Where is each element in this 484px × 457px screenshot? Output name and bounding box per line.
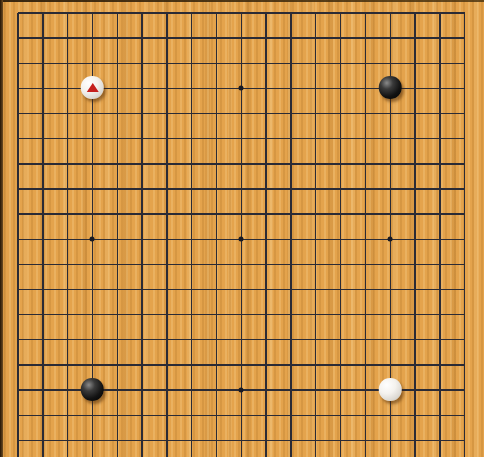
intersection-g4[interactable] xyxy=(154,378,179,403)
intersection-m5[interactable] xyxy=(279,352,304,377)
intersection-s2[interactable] xyxy=(427,428,452,453)
intersection-t16[interactable] xyxy=(452,76,477,101)
intersection-j3[interactable] xyxy=(204,403,229,428)
intersection-r12[interactable] xyxy=(403,176,428,201)
intersection-a2[interactable] xyxy=(6,428,31,453)
intersection-l18[interactable] xyxy=(254,26,279,51)
intersection-k7[interactable] xyxy=(229,302,254,327)
intersection-d11[interactable] xyxy=(80,202,105,227)
intersection-r17[interactable] xyxy=(403,51,428,76)
intersection-b3[interactable] xyxy=(30,403,55,428)
intersection-o5[interactable] xyxy=(328,352,353,377)
intersection-c13[interactable] xyxy=(55,151,80,176)
intersection-b7[interactable] xyxy=(30,302,55,327)
intersection-d12[interactable] xyxy=(80,176,105,201)
intersection-t10[interactable] xyxy=(452,227,477,252)
intersection-o11[interactable] xyxy=(328,202,353,227)
intersection-d1[interactable] xyxy=(80,453,105,457)
intersection-g7[interactable] xyxy=(154,302,179,327)
intersection-p8[interactable] xyxy=(353,277,378,302)
intersection-g5[interactable] xyxy=(154,352,179,377)
intersection-j6[interactable] xyxy=(204,327,229,352)
intersection-r2[interactable] xyxy=(403,428,428,453)
intersection-l3[interactable] xyxy=(254,403,279,428)
intersection-a19[interactable] xyxy=(6,0,31,25)
intersection-o6[interactable] xyxy=(328,327,353,352)
intersection-c16[interactable] xyxy=(55,76,80,101)
intersection-h13[interactable] xyxy=(179,151,204,176)
intersection-p16[interactable] xyxy=(353,76,378,101)
intersection-f7[interactable] xyxy=(130,302,155,327)
intersection-p2[interactable] xyxy=(353,428,378,453)
intersection-m7[interactable] xyxy=(279,302,304,327)
intersection-f19[interactable] xyxy=(130,0,155,25)
intersection-o1[interactable] xyxy=(328,453,353,457)
intersection-b1[interactable] xyxy=(30,453,55,457)
intersection-h16[interactable] xyxy=(179,76,204,101)
intersection-a10[interactable] xyxy=(6,227,31,252)
intersection-n7[interactable] xyxy=(303,302,328,327)
white-stone[interactable] xyxy=(81,76,104,99)
intersection-d2[interactable] xyxy=(80,428,105,453)
intersection-e1[interactable] xyxy=(105,453,130,457)
intersection-d14[interactable] xyxy=(80,126,105,151)
intersection-j10[interactable] xyxy=(204,227,229,252)
intersection-r6[interactable] xyxy=(403,327,428,352)
intersection-h17[interactable] xyxy=(179,51,204,76)
intersection-t1[interactable] xyxy=(452,453,477,457)
intersection-p5[interactable] xyxy=(353,352,378,377)
intersection-d17[interactable] xyxy=(80,51,105,76)
intersection-c9[interactable] xyxy=(55,252,80,277)
intersection-g9[interactable] xyxy=(154,252,179,277)
intersection-e18[interactable] xyxy=(105,26,130,51)
intersection-a14[interactable] xyxy=(6,126,31,151)
intersection-d4[interactable] xyxy=(80,378,105,403)
intersection-k12[interactable] xyxy=(229,176,254,201)
intersection-s4[interactable] xyxy=(427,378,452,403)
intersection-t12[interactable] xyxy=(452,176,477,201)
intersection-f12[interactable] xyxy=(130,176,155,201)
intersection-j18[interactable] xyxy=(204,26,229,51)
intersection-q16[interactable] xyxy=(378,76,403,101)
intersection-g18[interactable] xyxy=(154,26,179,51)
intersection-p9[interactable] xyxy=(353,252,378,277)
intersection-m4[interactable] xyxy=(279,378,304,403)
intersection-f9[interactable] xyxy=(130,252,155,277)
intersection-c4[interactable] xyxy=(55,378,80,403)
intersection-h4[interactable] xyxy=(179,378,204,403)
intersection-c1[interactable] xyxy=(55,453,80,457)
intersection-o16[interactable] xyxy=(328,76,353,101)
intersection-c14[interactable] xyxy=(55,126,80,151)
intersection-t13[interactable] xyxy=(452,151,477,176)
intersection-o13[interactable] xyxy=(328,151,353,176)
intersection-q9[interactable] xyxy=(378,252,403,277)
intersection-k9[interactable] xyxy=(229,252,254,277)
intersection-b18[interactable] xyxy=(30,26,55,51)
intersection-c19[interactable] xyxy=(55,0,80,25)
intersection-e16[interactable] xyxy=(105,76,130,101)
intersection-r11[interactable] xyxy=(403,202,428,227)
intersection-d7[interactable] xyxy=(80,302,105,327)
intersection-l7[interactable] xyxy=(254,302,279,327)
intersection-p10[interactable] xyxy=(353,227,378,252)
intersection-n1[interactable] xyxy=(303,453,328,457)
intersection-p19[interactable] xyxy=(353,0,378,25)
intersection-e9[interactable] xyxy=(105,252,130,277)
intersection-q3[interactable] xyxy=(378,403,403,428)
intersection-l2[interactable] xyxy=(254,428,279,453)
intersection-j12[interactable] xyxy=(204,176,229,201)
intersection-q7[interactable] xyxy=(378,302,403,327)
intersection-g16[interactable] xyxy=(154,76,179,101)
intersection-d15[interactable] xyxy=(80,101,105,126)
intersection-g19[interactable] xyxy=(154,0,179,25)
intersection-f16[interactable] xyxy=(130,76,155,101)
intersection-c6[interactable] xyxy=(55,327,80,352)
intersection-c7[interactable] xyxy=(55,302,80,327)
intersection-j9[interactable] xyxy=(204,252,229,277)
intersection-q6[interactable] xyxy=(378,327,403,352)
intersection-q4[interactable] xyxy=(378,378,403,403)
intersection-n14[interactable] xyxy=(303,126,328,151)
intersection-l6[interactable] xyxy=(254,327,279,352)
intersection-l15[interactable] xyxy=(254,101,279,126)
intersection-p4[interactable] xyxy=(353,378,378,403)
intersection-h10[interactable] xyxy=(179,227,204,252)
intersection-p7[interactable] xyxy=(353,302,378,327)
intersection-c17[interactable] xyxy=(55,51,80,76)
intersection-t18[interactable] xyxy=(452,26,477,51)
intersection-p18[interactable] xyxy=(353,26,378,51)
intersection-k8[interactable] xyxy=(229,277,254,302)
intersection-p6[interactable] xyxy=(353,327,378,352)
intersection-q17[interactable] xyxy=(378,51,403,76)
intersection-a7[interactable] xyxy=(6,302,31,327)
intersection-f3[interactable] xyxy=(130,403,155,428)
intersection-l10[interactable] xyxy=(254,227,279,252)
intersection-s16[interactable] xyxy=(427,76,452,101)
intersection-t7[interactable] xyxy=(452,302,477,327)
intersection-k3[interactable] xyxy=(229,403,254,428)
intersection-b16[interactable] xyxy=(30,76,55,101)
intersection-r15[interactable] xyxy=(403,101,428,126)
intersection-h6[interactable] xyxy=(179,327,204,352)
intersection-s5[interactable] xyxy=(427,352,452,377)
intersection-s8[interactable] xyxy=(427,277,452,302)
intersection-j15[interactable] xyxy=(204,101,229,126)
intersection-n5[interactable] xyxy=(303,352,328,377)
intersection-l1[interactable] xyxy=(254,453,279,457)
intersection-m16[interactable] xyxy=(279,76,304,101)
intersection-c15[interactable] xyxy=(55,101,80,126)
intersection-n15[interactable] xyxy=(303,101,328,126)
intersection-j4[interactable] xyxy=(204,378,229,403)
intersection-h15[interactable] xyxy=(179,101,204,126)
intersection-s18[interactable] xyxy=(427,26,452,51)
intersection-g15[interactable] xyxy=(154,101,179,126)
intersection-e3[interactable] xyxy=(105,403,130,428)
intersection-g2[interactable] xyxy=(154,428,179,453)
intersection-o3[interactable] xyxy=(328,403,353,428)
intersection-l12[interactable] xyxy=(254,176,279,201)
intersection-c5[interactable] xyxy=(55,352,80,377)
intersection-e8[interactable] xyxy=(105,277,130,302)
intersection-s1[interactable] xyxy=(427,453,452,457)
intersection-j1[interactable] xyxy=(204,453,229,457)
intersection-j2[interactable] xyxy=(204,428,229,453)
intersection-q5[interactable] xyxy=(378,352,403,377)
intersection-b9[interactable] xyxy=(30,252,55,277)
intersection-o15[interactable] xyxy=(328,101,353,126)
intersection-m11[interactable] xyxy=(279,202,304,227)
intersection-s19[interactable] xyxy=(427,0,452,25)
intersection-f1[interactable] xyxy=(130,453,155,457)
intersection-r7[interactable] xyxy=(403,302,428,327)
intersection-j17[interactable] xyxy=(204,51,229,76)
intersection-m8[interactable] xyxy=(279,277,304,302)
intersection-g11[interactable] xyxy=(154,202,179,227)
intersection-f11[interactable] xyxy=(130,202,155,227)
intersection-f15[interactable] xyxy=(130,101,155,126)
intersection-k10[interactable] xyxy=(229,227,254,252)
intersection-c8[interactable] xyxy=(55,277,80,302)
intersection-g14[interactable] xyxy=(154,126,179,151)
intersection-a1[interactable] xyxy=(6,453,31,457)
intersection-o17[interactable] xyxy=(328,51,353,76)
intersection-b2[interactable] xyxy=(30,428,55,453)
intersection-e17[interactable] xyxy=(105,51,130,76)
intersection-l9[interactable] xyxy=(254,252,279,277)
intersection-a18[interactable] xyxy=(6,26,31,51)
intersection-g12[interactable] xyxy=(154,176,179,201)
intersection-m6[interactable] xyxy=(279,327,304,352)
intersection-o7[interactable] xyxy=(328,302,353,327)
intersection-n8[interactable] xyxy=(303,277,328,302)
intersection-q19[interactable] xyxy=(378,0,403,25)
intersection-e6[interactable] xyxy=(105,327,130,352)
intersection-l13[interactable] xyxy=(254,151,279,176)
intersection-l16[interactable] xyxy=(254,76,279,101)
intersection-a5[interactable] xyxy=(6,352,31,377)
intersection-f2[interactable] xyxy=(130,428,155,453)
intersection-g13[interactable] xyxy=(154,151,179,176)
intersection-d16[interactable] xyxy=(80,76,105,101)
intersection-g3[interactable] xyxy=(154,403,179,428)
intersection-k2[interactable] xyxy=(229,428,254,453)
intersection-o14[interactable] xyxy=(328,126,353,151)
intersection-o2[interactable] xyxy=(328,428,353,453)
intersection-m15[interactable] xyxy=(279,101,304,126)
intersection-a4[interactable] xyxy=(6,378,31,403)
intersection-c11[interactable] xyxy=(55,202,80,227)
intersection-h1[interactable] xyxy=(179,453,204,457)
intersection-n6[interactable] xyxy=(303,327,328,352)
intersection-b6[interactable] xyxy=(30,327,55,352)
intersection-b5[interactable] xyxy=(30,352,55,377)
intersection-e10[interactable] xyxy=(105,227,130,252)
intersection-a17[interactable] xyxy=(6,51,31,76)
intersection-e11[interactable] xyxy=(105,202,130,227)
intersection-j16[interactable] xyxy=(204,76,229,101)
intersection-q1[interactable] xyxy=(378,453,403,457)
intersection-k18[interactable] xyxy=(229,26,254,51)
intersection-m19[interactable] xyxy=(279,0,304,25)
intersection-p11[interactable] xyxy=(353,202,378,227)
intersection-e12[interactable] xyxy=(105,176,130,201)
intersection-q15[interactable] xyxy=(378,101,403,126)
intersection-g10[interactable] xyxy=(154,227,179,252)
intersection-a13[interactable] xyxy=(6,151,31,176)
intersection-r10[interactable] xyxy=(403,227,428,252)
intersection-n17[interactable] xyxy=(303,51,328,76)
intersection-n18[interactable] xyxy=(303,26,328,51)
intersection-q12[interactable] xyxy=(378,176,403,201)
intersection-h12[interactable] xyxy=(179,176,204,201)
intersection-b12[interactable] xyxy=(30,176,55,201)
intersection-j8[interactable] xyxy=(204,277,229,302)
black-stone[interactable] xyxy=(379,76,402,99)
intersection-n19[interactable] xyxy=(303,0,328,25)
intersection-b4[interactable] xyxy=(30,378,55,403)
intersection-b15[interactable] xyxy=(30,101,55,126)
intersection-j14[interactable] xyxy=(204,126,229,151)
intersection-h18[interactable] xyxy=(179,26,204,51)
intersection-o18[interactable] xyxy=(328,26,353,51)
intersection-h9[interactable] xyxy=(179,252,204,277)
intersection-m13[interactable] xyxy=(279,151,304,176)
intersection-r3[interactable] xyxy=(403,403,428,428)
intersection-l4[interactable] xyxy=(254,378,279,403)
intersection-a9[interactable] xyxy=(6,252,31,277)
intersection-t17[interactable] xyxy=(452,51,477,76)
intersection-p14[interactable] xyxy=(353,126,378,151)
intersection-s14[interactable] xyxy=(427,126,452,151)
intersection-s7[interactable] xyxy=(427,302,452,327)
intersection-d18[interactable] xyxy=(80,26,105,51)
intersection-m10[interactable] xyxy=(279,227,304,252)
intersection-h8[interactable] xyxy=(179,277,204,302)
intersection-s9[interactable] xyxy=(427,252,452,277)
intersection-f6[interactable] xyxy=(130,327,155,352)
intersection-m1[interactable] xyxy=(279,453,304,457)
intersection-o9[interactable] xyxy=(328,252,353,277)
intersection-r1[interactable] xyxy=(403,453,428,457)
intersection-h11[interactable] xyxy=(179,202,204,227)
intersection-s10[interactable] xyxy=(427,227,452,252)
intersection-r18[interactable] xyxy=(403,26,428,51)
intersection-a3[interactable] xyxy=(6,403,31,428)
intersection-h19[interactable] xyxy=(179,0,204,25)
intersection-g17[interactable] xyxy=(154,51,179,76)
intersection-s12[interactable] xyxy=(427,176,452,201)
intersection-e4[interactable] xyxy=(105,378,130,403)
intersection-h5[interactable] xyxy=(179,352,204,377)
intersection-n3[interactable] xyxy=(303,403,328,428)
intersection-p3[interactable] xyxy=(353,403,378,428)
intersection-c12[interactable] xyxy=(55,176,80,201)
intersection-n9[interactable] xyxy=(303,252,328,277)
intersection-o8[interactable] xyxy=(328,277,353,302)
intersection-o12[interactable] xyxy=(328,176,353,201)
intersection-p1[interactable] xyxy=(353,453,378,457)
intersection-l14[interactable] xyxy=(254,126,279,151)
intersection-j5[interactable] xyxy=(204,352,229,377)
intersection-l19[interactable] xyxy=(254,0,279,25)
intersection-q14[interactable] xyxy=(378,126,403,151)
intersection-a11[interactable] xyxy=(6,202,31,227)
intersection-j19[interactable] xyxy=(204,0,229,25)
intersection-q18[interactable] xyxy=(378,26,403,51)
intersection-d9[interactable] xyxy=(80,252,105,277)
intersection-k15[interactable] xyxy=(229,101,254,126)
intersection-p15[interactable] xyxy=(353,101,378,126)
intersection-t5[interactable] xyxy=(452,352,477,377)
intersection-t9[interactable] xyxy=(452,252,477,277)
intersection-d19[interactable] xyxy=(80,0,105,25)
intersection-c18[interactable] xyxy=(55,26,80,51)
intersection-n13[interactable] xyxy=(303,151,328,176)
intersection-t15[interactable] xyxy=(452,101,477,126)
intersection-r19[interactable] xyxy=(403,0,428,25)
intersection-r5[interactable] xyxy=(403,352,428,377)
intersection-q11[interactable] xyxy=(378,202,403,227)
intersection-t4[interactable] xyxy=(452,378,477,403)
intersection-f13[interactable] xyxy=(130,151,155,176)
intersection-n16[interactable] xyxy=(303,76,328,101)
intersection-s15[interactable] xyxy=(427,101,452,126)
intersection-m3[interactable] xyxy=(279,403,304,428)
intersection-d10[interactable] xyxy=(80,227,105,252)
intersection-k1[interactable] xyxy=(229,453,254,457)
intersection-r13[interactable] xyxy=(403,151,428,176)
intersection-q8[interactable] xyxy=(378,277,403,302)
intersection-h2[interactable] xyxy=(179,428,204,453)
intersection-b10[interactable] xyxy=(30,227,55,252)
intersection-f14[interactable] xyxy=(130,126,155,151)
intersection-p13[interactable] xyxy=(353,151,378,176)
intersection-r4[interactable] xyxy=(403,378,428,403)
intersection-r14[interactable] xyxy=(403,126,428,151)
intersection-a8[interactable] xyxy=(6,277,31,302)
intersection-f4[interactable] xyxy=(130,378,155,403)
intersection-t2[interactable] xyxy=(452,428,477,453)
intersection-d6[interactable] xyxy=(80,327,105,352)
intersection-e13[interactable] xyxy=(105,151,130,176)
intersection-l11[interactable] xyxy=(254,202,279,227)
intersection-e19[interactable] xyxy=(105,0,130,25)
intersection-r16[interactable] xyxy=(403,76,428,101)
intersection-b11[interactable] xyxy=(30,202,55,227)
intersection-m14[interactable] xyxy=(279,126,304,151)
intersection-g8[interactable] xyxy=(154,277,179,302)
intersection-p12[interactable] xyxy=(353,176,378,201)
intersection-b13[interactable] xyxy=(30,151,55,176)
intersection-d5[interactable] xyxy=(80,352,105,377)
intersection-k13[interactable] xyxy=(229,151,254,176)
intersection-a15[interactable] xyxy=(6,101,31,126)
intersection-e2[interactable] xyxy=(105,428,130,453)
intersection-f8[interactable] xyxy=(130,277,155,302)
intersection-f5[interactable] xyxy=(130,352,155,377)
intersection-m18[interactable] xyxy=(279,26,304,51)
intersection-n2[interactable] xyxy=(303,428,328,453)
intersection-o19[interactable] xyxy=(328,0,353,25)
intersection-k16[interactable] xyxy=(229,76,254,101)
intersection-l5[interactable] xyxy=(254,352,279,377)
intersection-k5[interactable] xyxy=(229,352,254,377)
